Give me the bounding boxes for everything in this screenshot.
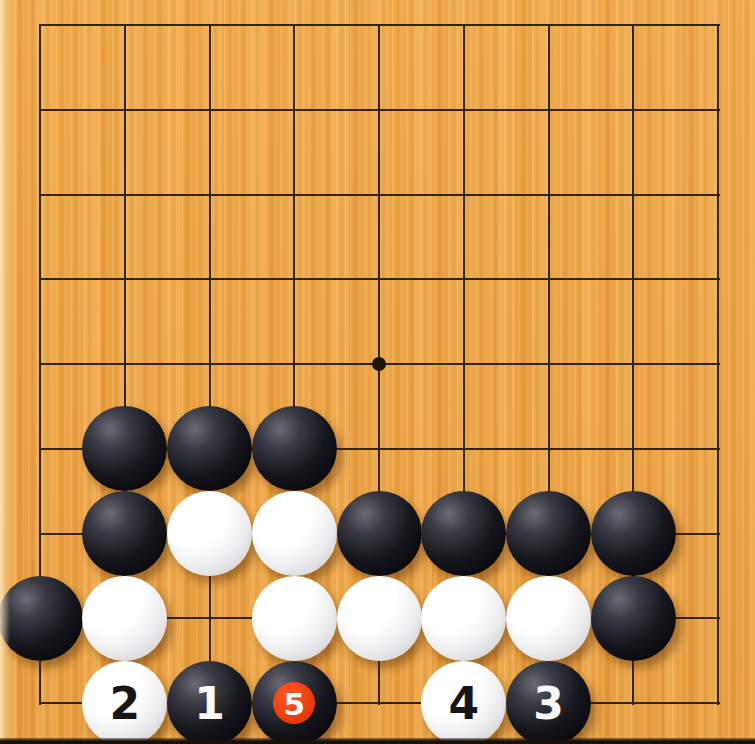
intersection-e6[interactable] [337, 237, 422, 322]
white-stone [337, 576, 422, 661]
black-stone [0, 576, 83, 661]
intersection-b3[interactable] [82, 491, 167, 576]
intersection-a8[interactable] [0, 67, 82, 152]
black-stone: 5 [252, 661, 337, 744]
intersection-b1[interactable]: 2 [82, 661, 167, 744]
intersection-h1[interactable] [591, 661, 676, 744]
intersection-c3[interactable] [167, 491, 252, 576]
intersection-j8[interactable] [676, 67, 755, 152]
intersection-e3[interactable] [337, 491, 422, 576]
white-stone [167, 491, 252, 576]
intersection-j7[interactable] [676, 152, 755, 237]
intersection-b6[interactable] [82, 237, 167, 322]
black-stone [82, 406, 167, 491]
intersection-c6[interactable] [167, 237, 252, 322]
black-stone [421, 491, 506, 576]
intersection-h9[interactable] [591, 0, 676, 67]
move-number: 2 [109, 682, 140, 726]
white-stone [252, 576, 337, 661]
intersection-h5[interactable] [591, 322, 676, 407]
white-stone: 4 [421, 661, 506, 744]
intersection-b9[interactable] [82, 0, 167, 67]
intersection-b2[interactable] [82, 576, 167, 661]
intersection-a6[interactable] [0, 237, 82, 322]
intersection-c7[interactable] [167, 152, 252, 237]
intersection-d7[interactable] [252, 152, 337, 237]
intersection-b7[interactable] [82, 152, 167, 237]
intersection-h2[interactable] [591, 576, 676, 661]
intersection-g5[interactable] [506, 322, 591, 407]
intersection-d6[interactable] [252, 237, 337, 322]
intersection-f6[interactable] [421, 237, 506, 322]
intersection-h3[interactable] [591, 491, 676, 576]
intersection-j2[interactable] [676, 576, 755, 661]
intersection-a5[interactable] [0, 322, 82, 407]
intersection-f7[interactable] [421, 152, 506, 237]
intersection-d5[interactable] [252, 322, 337, 407]
intersection-c2[interactable] [167, 576, 252, 661]
intersection-d4[interactable] [252, 406, 337, 491]
intersection-j5[interactable] [676, 322, 755, 407]
black-stone [337, 491, 422, 576]
intersection-a3[interactable] [0, 491, 82, 576]
go-board-screenshot: 21543 [0, 0, 755, 744]
intersection-c9[interactable] [167, 0, 252, 67]
intersection-g1[interactable]: 3 [506, 661, 591, 744]
intersection-e9[interactable] [337, 0, 422, 67]
white-stone [421, 576, 506, 661]
intersection-c1[interactable]: 1 [167, 661, 252, 744]
intersection-b5[interactable] [82, 322, 167, 407]
white-stone: 2 [82, 661, 167, 744]
black-stone [591, 576, 676, 661]
intersection-a1[interactable] [0, 661, 82, 744]
black-stone [591, 491, 676, 576]
intersection-g8[interactable] [506, 67, 591, 152]
white-stone [506, 576, 591, 661]
intersection-f1[interactable]: 4 [421, 661, 506, 744]
intersection-d1[interactable]: 5 [252, 661, 337, 744]
intersection-f3[interactable] [421, 491, 506, 576]
intersection-g4[interactable] [506, 406, 591, 491]
intersection-b8[interactable] [82, 67, 167, 152]
intersection-c8[interactable] [167, 67, 252, 152]
black-stone [82, 491, 167, 576]
intersection-g2[interactable] [506, 576, 591, 661]
intersection-g6[interactable] [506, 237, 591, 322]
intersection-h6[interactable] [591, 237, 676, 322]
intersection-h8[interactable] [591, 67, 676, 152]
black-stone [167, 406, 252, 491]
black-stone [252, 406, 337, 491]
intersection-d8[interactable] [252, 67, 337, 152]
intersection-j9[interactable] [676, 0, 755, 67]
intersection-e7[interactable] [337, 152, 422, 237]
intersection-f8[interactable] [421, 67, 506, 152]
intersection-e1[interactable] [337, 661, 422, 744]
intersection-f5[interactable] [421, 322, 506, 407]
intersection-f4[interactable] [421, 406, 506, 491]
intersection-h7[interactable] [591, 152, 676, 237]
intersection-e2[interactable] [337, 576, 422, 661]
intersection-g3[interactable] [506, 491, 591, 576]
black-stone [506, 491, 591, 576]
intersection-a4[interactable] [0, 406, 82, 491]
white-stone [252, 491, 337, 576]
intersection-c5[interactable] [167, 322, 252, 407]
intersection-a9[interactable] [0, 0, 82, 67]
intersection-j4[interactable] [676, 406, 755, 491]
intersection-j6[interactable] [676, 237, 755, 322]
intersection-d2[interactable] [252, 576, 337, 661]
intersection-a2[interactable] [0, 576, 82, 661]
move-number: 3 [533, 682, 564, 726]
intersection-e8[interactable] [337, 67, 422, 152]
board-bottom-edge [0, 738, 755, 744]
intersection-b4[interactable] [82, 406, 167, 491]
black-stone: 1 [167, 661, 252, 744]
intersection-f2[interactable] [421, 576, 506, 661]
move-number: 1 [194, 682, 225, 726]
intersection-g9[interactable] [506, 0, 591, 67]
intersection-a7[interactable] [0, 152, 82, 237]
intersection-d9[interactable] [252, 0, 337, 67]
go-board[interactable]: 21543 [0, 0, 755, 744]
intersection-j3[interactable] [676, 491, 755, 576]
intersection-g7[interactable] [506, 152, 591, 237]
intersection-e5[interactable] [337, 322, 422, 407]
intersection-j1[interactable] [676, 661, 755, 744]
intersection-f9[interactable] [421, 0, 506, 67]
move-number: 5 [283, 689, 305, 720]
intersection-e4[interactable] [337, 406, 422, 491]
black-stone: 3 [506, 661, 591, 744]
intersection-h4[interactable] [591, 406, 676, 491]
intersections-grid: 21543 [0, 0, 755, 744]
last-move-marker: 5 [273, 682, 315, 724]
white-stone [82, 576, 167, 661]
intersection-c4[interactable] [167, 406, 252, 491]
intersection-d3[interactable] [252, 491, 337, 576]
move-number: 4 [448, 682, 479, 726]
